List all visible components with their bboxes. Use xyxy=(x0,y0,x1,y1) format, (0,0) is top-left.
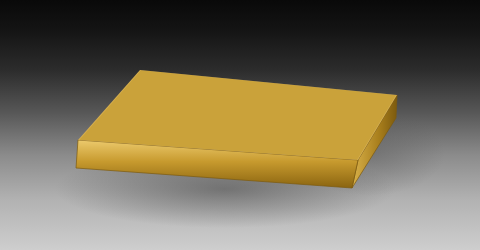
product-photo-scene xyxy=(0,0,480,250)
